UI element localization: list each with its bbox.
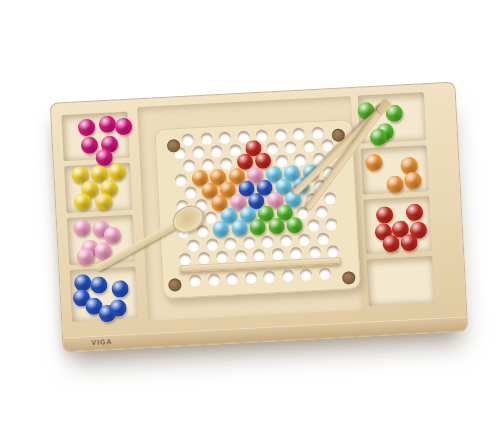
board-hole[interactable] — [216, 250, 229, 263]
board-hole[interactable] — [183, 160, 196, 173]
corner-peg — [331, 128, 345, 142]
bead-yellow[interactable] — [73, 192, 91, 210]
board-hole[interactable] — [192, 146, 205, 159]
board-hole[interactable] — [263, 270, 276, 283]
board-hole[interactable] — [325, 218, 338, 231]
bead-orange[interactable] — [364, 153, 382, 171]
board-hole[interactable] — [307, 219, 320, 232]
bead-orange[interactable] — [403, 171, 421, 189]
bead-green[interactable] — [249, 219, 266, 236]
board-hole[interactable] — [276, 155, 289, 168]
board-hole[interactable] — [243, 236, 256, 249]
board-hole[interactable] — [300, 268, 313, 281]
board-hole[interactable] — [220, 158, 233, 171]
board-hole[interactable] — [321, 139, 334, 152]
board-hole[interactable] — [206, 238, 219, 251]
board-hole[interactable] — [274, 128, 287, 141]
board-hole[interactable] — [179, 252, 192, 265]
bead-green[interactable] — [268, 218, 285, 235]
board-hole[interactable] — [200, 132, 213, 145]
bead-red[interactable] — [382, 234, 400, 252]
board-hole[interactable] — [234, 250, 247, 263]
board-hole[interactable] — [308, 246, 321, 259]
board-hole[interactable] — [271, 248, 284, 261]
board-hole[interactable] — [298, 233, 311, 246]
bead-magenta[interactable] — [95, 148, 113, 166]
board-hole[interactable] — [202, 159, 215, 172]
bead-light_blue[interactable] — [231, 220, 248, 237]
board-hole[interactable] — [224, 237, 237, 250]
viga-logo: VIGA — [91, 338, 112, 346]
corner-peg — [168, 278, 182, 292]
bead-red[interactable] — [400, 233, 418, 251]
bead-yellow[interactable] — [94, 192, 112, 210]
board-hole[interactable] — [294, 154, 307, 167]
board-hole[interactable] — [253, 249, 266, 262]
compartment-empty — [366, 256, 434, 306]
board-hole[interactable] — [280, 234, 293, 247]
board-hole[interactable] — [197, 251, 210, 264]
board-hole[interactable] — [290, 247, 303, 260]
bead-pink[interactable] — [76, 247, 94, 265]
board-hole[interactable] — [256, 129, 269, 142]
board-hole[interactable] — [175, 173, 188, 186]
board-hole[interactable] — [226, 272, 239, 285]
board-hole[interactable] — [266, 142, 279, 155]
corner-peg — [342, 271, 356, 285]
board-hole[interactable] — [315, 206, 328, 219]
bead-green[interactable] — [286, 217, 303, 234]
bead-light_blue[interactable] — [212, 221, 229, 238]
board-hole[interactable] — [303, 140, 316, 153]
bead-magenta[interactable] — [98, 115, 116, 133]
bead-green[interactable] — [369, 128, 387, 146]
board-hole[interactable] — [327, 245, 340, 258]
board-hole[interactable] — [293, 127, 306, 140]
bead-blue[interactable] — [111, 279, 129, 297]
board-hole[interactable] — [219, 131, 232, 144]
board-hole[interactable] — [282, 269, 295, 282]
board-hole[interactable] — [182, 133, 195, 146]
board-hole[interactable] — [208, 273, 221, 286]
bead-pink[interactable] — [72, 218, 90, 236]
bead-magenta[interactable] — [77, 118, 95, 136]
board-hole[interactable] — [245, 271, 258, 284]
board-hole[interactable] — [210, 145, 223, 158]
bead-pink[interactable] — [103, 226, 121, 244]
tray-front-edge: VIGA — [63, 316, 467, 351]
board-hole[interactable] — [317, 232, 330, 245]
board-hole[interactable] — [187, 239, 200, 252]
bead-red[interactable] — [375, 206, 393, 224]
board-hole[interactable] — [189, 274, 202, 287]
board-hole[interactable] — [261, 235, 274, 248]
bead-blue[interactable] — [89, 276, 107, 294]
bead-blue[interactable] — [109, 299, 127, 317]
board-hole[interactable] — [311, 127, 324, 140]
bead-magenta[interactable] — [80, 136, 98, 154]
wooden-tray: VIGA — [50, 82, 469, 353]
bead-red[interactable] — [405, 203, 423, 221]
bead-orange[interactable] — [386, 175, 404, 193]
product-photo: VIGA — [0, 0, 502, 430]
bead-yellow[interactable] — [107, 162, 125, 180]
board-hole[interactable] — [324, 192, 337, 205]
board-hole[interactable] — [318, 267, 331, 280]
board-hole[interactable] — [185, 186, 198, 199]
board-hole[interactable] — [284, 141, 297, 154]
bead-magenta[interactable] — [114, 117, 132, 135]
